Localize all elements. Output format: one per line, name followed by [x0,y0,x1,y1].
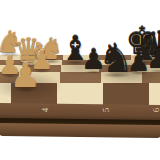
square-h5[interactable] [57,82,104,106]
black-knight[interactable]: ♞ [98,38,134,78]
rank-label-6: 6 [150,104,160,116]
white-pawn[interactable]: ♟ [10,58,40,92]
board-frame-side [0,123,160,138]
rank-label-4: 4 [39,104,51,116]
chess-set-photo: 456 ♞♛♝♟♟♟♞♝♟♞♚♞♝♛♟♟ [0,0,160,160]
square-h7[interactable] [149,82,160,106]
rank-label-5: 5 [100,104,112,116]
